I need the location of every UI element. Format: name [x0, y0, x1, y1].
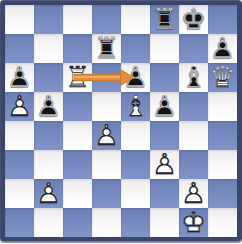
square-f7[interactable]	[150, 34, 179, 63]
square-a6[interactable]: ♟♙	[5, 63, 34, 92]
square-a1[interactable]	[5, 208, 34, 237]
square-e3[interactable]	[121, 150, 150, 179]
square-b5[interactable]: ♟♙	[34, 92, 63, 121]
square-c6[interactable]: ♜♖	[63, 63, 92, 92]
square-g1[interactable]: ♚♔	[179, 208, 208, 237]
piece-glyph-outline: ♔	[179, 5, 208, 34]
white-pawn[interactable]: ♟♙	[34, 179, 63, 208]
chess-diagram-widget: ♜♖♚♔♜♖♟♙♟♙♜♖♟♙♝♗♛♕♟♙♟♙♝♗♟♙♟♙♟♙♟♙♟♙♚♔	[0, 0, 242, 244]
square-b8[interactable]	[34, 5, 63, 34]
white-pawn[interactable]: ♟♙	[150, 150, 179, 179]
piece-glyph-outline: ♙	[150, 150, 179, 179]
piece-glyph-outline: ♙	[150, 92, 179, 121]
square-f2[interactable]	[150, 179, 179, 208]
square-g8[interactable]: ♚♔	[179, 5, 208, 34]
piece-glyph-outline: ♙	[34, 92, 63, 121]
black-rook[interactable]: ♜♖	[92, 34, 121, 63]
black-pawn[interactable]: ♟♙	[5, 63, 34, 92]
square-a8[interactable]	[5, 5, 34, 34]
square-a5[interactable]: ♟♙	[5, 92, 34, 121]
piece-glyph-outline: ♙	[208, 34, 237, 63]
square-e1[interactable]	[121, 208, 150, 237]
square-h2[interactable]	[208, 179, 237, 208]
white-queen[interactable]: ♛♕	[208, 63, 237, 92]
square-g5[interactable]	[179, 92, 208, 121]
piece-glyph-outline: ♖	[150, 5, 179, 34]
square-c7[interactable]	[63, 34, 92, 63]
white-bishop[interactable]: ♝♗	[121, 92, 150, 121]
square-e6[interactable]: ♟♙	[121, 63, 150, 92]
square-c3[interactable]	[63, 150, 92, 179]
square-d6[interactable]	[92, 63, 121, 92]
piece-glyph-outline: ♙	[34, 179, 63, 208]
board-frame: ♜♖♚♔♜♖♟♙♟♙♜♖♟♙♝♗♛♕♟♙♟♙♝♗♟♙♟♙♟♙♟♙♟♙♚♔	[0, 0, 242, 241]
square-f3[interactable]: ♟♙	[150, 150, 179, 179]
piece-glyph-outline: ♕	[208, 63, 237, 92]
square-g6[interactable]: ♝♗	[179, 63, 208, 92]
black-pawn[interactable]: ♟♙	[208, 34, 237, 63]
square-d2[interactable]	[92, 179, 121, 208]
white-rook[interactable]: ♜♖	[63, 63, 92, 92]
square-b6[interactable]	[34, 63, 63, 92]
piece-glyph-outline: ♔	[179, 208, 208, 237]
black-king[interactable]: ♚♔	[179, 5, 208, 34]
square-b3[interactable]	[34, 150, 63, 179]
square-g4[interactable]	[179, 121, 208, 150]
square-d7[interactable]: ♜♖	[92, 34, 121, 63]
black-bishop[interactable]: ♝♗	[179, 63, 208, 92]
piece-glyph-outline: ♗	[121, 92, 150, 121]
square-e8[interactable]	[121, 5, 150, 34]
piece-glyph-outline: ♙	[121, 63, 150, 92]
square-g3[interactable]	[179, 150, 208, 179]
square-g7[interactable]	[179, 34, 208, 63]
square-b7[interactable]	[34, 34, 63, 63]
square-a3[interactable]	[5, 150, 34, 179]
square-b2[interactable]: ♟♙	[34, 179, 63, 208]
square-f4[interactable]	[150, 121, 179, 150]
white-king[interactable]: ♚♔	[179, 208, 208, 237]
piece-glyph-outline: ♗	[179, 63, 208, 92]
white-pawn[interactable]: ♟♙	[179, 179, 208, 208]
black-rook[interactable]: ♜♖	[150, 5, 179, 34]
piece-glyph-outline: ♖	[92, 34, 121, 63]
square-c5[interactable]	[63, 92, 92, 121]
square-f8[interactable]: ♜♖	[150, 5, 179, 34]
square-a7[interactable]	[5, 34, 34, 63]
square-e5[interactable]: ♝♗	[121, 92, 150, 121]
square-g2[interactable]: ♟♙	[179, 179, 208, 208]
square-f5[interactable]: ♟♙	[150, 92, 179, 121]
square-c4[interactable]	[63, 121, 92, 150]
square-h5[interactable]	[208, 92, 237, 121]
chess-board: ♜♖♚♔♜♖♟♙♟♙♜♖♟♙♝♗♛♕♟♙♟♙♝♗♟♙♟♙♟♙♟♙♟♙♚♔	[5, 5, 237, 237]
white-pawn[interactable]: ♟♙	[5, 92, 34, 121]
black-pawn[interactable]: ♟♙	[121, 63, 150, 92]
square-d5[interactable]	[92, 92, 121, 121]
square-h1[interactable]	[208, 208, 237, 237]
square-d8[interactable]	[92, 5, 121, 34]
piece-glyph-outline: ♖	[63, 63, 92, 92]
square-f6[interactable]	[150, 63, 179, 92]
square-b1[interactable]	[34, 208, 63, 237]
square-d4[interactable]: ♟♙	[92, 121, 121, 150]
square-a4[interactable]	[5, 121, 34, 150]
square-b4[interactable]	[34, 121, 63, 150]
black-pawn[interactable]: ♟♙	[34, 92, 63, 121]
square-f1[interactable]	[150, 208, 179, 237]
square-a2[interactable]	[5, 179, 34, 208]
piece-glyph-outline: ♙	[5, 63, 34, 92]
square-h6[interactable]: ♛♕	[208, 63, 237, 92]
black-pawn[interactable]: ♟♙	[150, 92, 179, 121]
square-h4[interactable]	[208, 121, 237, 150]
square-c1[interactable]	[63, 208, 92, 237]
piece-glyph-outline: ♙	[5, 92, 34, 121]
square-d3[interactable]	[92, 150, 121, 179]
square-e2[interactable]	[121, 179, 150, 208]
square-c2[interactable]	[63, 179, 92, 208]
white-pawn[interactable]: ♟♙	[92, 121, 121, 150]
piece-glyph-outline: ♙	[92, 121, 121, 150]
square-c8[interactable]	[63, 5, 92, 34]
square-h3[interactable]	[208, 150, 237, 179]
square-h7[interactable]: ♟♙	[208, 34, 237, 63]
square-h8[interactable]	[208, 5, 237, 34]
square-e7[interactable]	[121, 34, 150, 63]
square-d1[interactable]	[92, 208, 121, 237]
piece-glyph-outline: ♙	[179, 179, 208, 208]
square-e4[interactable]	[121, 121, 150, 150]
